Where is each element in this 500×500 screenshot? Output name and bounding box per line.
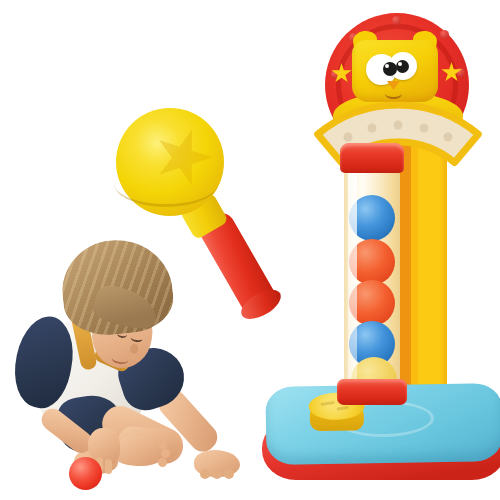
- tube-cap-top: [340, 143, 404, 173]
- hammer-head: [116, 108, 224, 216]
- eye-glint-icon: [385, 64, 389, 68]
- handle-flare: [236, 284, 285, 325]
- cat-mouth-icon: [385, 88, 402, 99]
- finger: [105, 459, 112, 474]
- head-seam-line: [114, 160, 218, 207]
- button-dash: [337, 406, 349, 411]
- toe: [161, 449, 170, 458]
- knuckle: [224, 469, 234, 479]
- ball-tube: [337, 143, 407, 405]
- knuckle: [200, 469, 210, 479]
- nose: [130, 343, 139, 354]
- eye-glint-icon: [398, 62, 402, 66]
- tube-glass: [344, 169, 400, 387]
- button-dash: [320, 401, 334, 406]
- rivet-icon: [456, 68, 465, 77]
- red-ball: [69, 457, 102, 490]
- rivet-icon: [440, 30, 449, 39]
- rivet-icon: [392, 16, 401, 25]
- product-photo-scene: [0, 0, 500, 500]
- cat-face: [352, 40, 438, 102]
- knuckle: [212, 469, 222, 479]
- glass-highlight: [348, 169, 357, 387]
- toe: [158, 440, 167, 449]
- toe: [158, 458, 167, 467]
- tube-cap-bottom: [337, 379, 407, 405]
- cat-pupil-icon: [383, 62, 397, 76]
- smile: [111, 353, 129, 365]
- closed-eye: [130, 333, 143, 343]
- cat-pupil-icon: [396, 60, 409, 73]
- child-hand-right: [194, 450, 240, 477]
